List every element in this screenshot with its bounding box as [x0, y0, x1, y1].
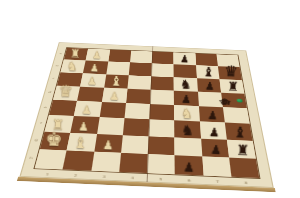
- square-b2: ♟: [83, 61, 108, 75]
- white-king: ♚: [45, 130, 63, 150]
- square-g8: ♜: [227, 139, 256, 158]
- square-e6: ♞: [174, 105, 199, 122]
- white-pawn: ♟: [102, 139, 114, 152]
- square-f8: ♝: [225, 123, 253, 141]
- black-queen: ♛: [224, 64, 238, 80]
- square-f4: [123, 118, 150, 136]
- square-d5: [150, 90, 174, 105]
- rank-label-3: 3: [90, 172, 119, 180]
- square-h8: [229, 157, 259, 178]
- white-pawn: ♟: [92, 50, 101, 60]
- square-h6: ♟: [175, 155, 203, 176]
- black-rook: ♜: [236, 142, 250, 157]
- square-c6: ♞: [174, 77, 198, 92]
- square-b6: [174, 64, 197, 78]
- square-g3: ♟: [94, 134, 123, 153]
- rank-label-8: 8: [231, 178, 260, 186]
- square-f5: [149, 119, 175, 137]
- square-c4: [127, 75, 151, 89]
- square-d8: ♚: [221, 93, 247, 109]
- square-a5: [152, 52, 174, 65]
- square-c8: ♜: [219, 79, 244, 94]
- square-f2: ♟: [71, 116, 100, 134]
- white-pawn: ♟: [109, 91, 119, 102]
- square-h1: [35, 149, 67, 169]
- square-c5: [151, 76, 174, 91]
- chessboard: ♜♟♟♞♟♝♛♟♝♞♟♜♛♟♟♚♟♞♟♜♟♞♟♝♚♝♟♟♜♟ abcdefgh …: [19, 42, 273, 188]
- square-d6: ♟: [174, 91, 198, 107]
- black-knight: ♞: [180, 78, 192, 91]
- square-g6: [175, 137, 202, 156]
- square-f6: ♞: [174, 121, 200, 139]
- square-g4: [121, 135, 149, 154]
- square-d4: [126, 89, 151, 104]
- white-bishop: ♝: [74, 134, 89, 150]
- black-knight: ♞: [181, 123, 194, 137]
- white-rook: ♜: [70, 48, 81, 60]
- square-b8: ♛: [218, 66, 242, 80]
- square-e8: [223, 107, 250, 124]
- square-b7: ♝: [196, 65, 220, 79]
- black-pawn: ♟: [210, 144, 222, 157]
- square-h2: [63, 150, 94, 170]
- rank-label-2: 2: [61, 171, 91, 179]
- square-b5: [151, 63, 174, 77]
- square-g1: ♚: [40, 131, 71, 150]
- square-f7: ♟: [199, 122, 226, 140]
- white-pawn: ♟: [90, 63, 100, 74]
- rank-label-5: 5: [147, 175, 176, 183]
- square-d3: ♟: [102, 88, 128, 103]
- green-felt-base: [236, 99, 242, 103]
- square-h4: [119, 153, 148, 173]
- white-bishop: ♝: [110, 74, 123, 88]
- white-knight: ♞: [181, 107, 194, 121]
- white-knight: ♞: [67, 60, 78, 73]
- black-pawn: ♟: [204, 81, 214, 92]
- black-pawn: ♟: [183, 161, 195, 174]
- black-pawn: ♟: [181, 94, 191, 105]
- square-h3: [91, 151, 121, 171]
- square-e3: [99, 102, 126, 118]
- white-pawn: ♟: [82, 104, 93, 116]
- black-pawn: ♟: [207, 110, 218, 122]
- square-f3: [97, 117, 125, 135]
- rank-label-7: 7: [203, 177, 232, 185]
- square-d1: ♛: [53, 85, 80, 100]
- square-g5: [148, 136, 175, 155]
- square-g7: ♟: [201, 138, 229, 157]
- board-grid: ♜♟♟♞♟♝♛♟♝♞♟♜♛♟♟♚♟♞♟♜♟♞♟♝♚♝♟♟♜♟: [35, 48, 259, 178]
- square-e5: [149, 104, 174, 121]
- white-pawn: ♟: [87, 76, 97, 87]
- rank-label-4: 4: [118, 174, 147, 182]
- square-g2: ♝: [67, 133, 97, 152]
- square-h5: [147, 154, 175, 174]
- photo-scene: ♜♟♟♞♟♝♛♟♝♞♟♜♛♟♟♚♟♞♟♜♟♞♟♝♚♝♟♟♜♟ abcdefgh …: [0, 0, 300, 198]
- black-bishop: ♝: [233, 124, 247, 140]
- square-e4: [124, 103, 150, 120]
- white-pawn: ♟: [78, 120, 89, 132]
- square-b4: [129, 62, 152, 76]
- square-a2: ♟: [86, 49, 110, 62]
- black-rook: ♜: [227, 80, 239, 93]
- white-queen: ♛: [58, 83, 73, 100]
- square-b1: ♞: [61, 60, 86, 74]
- square-a6: ♟: [174, 52, 196, 65]
- board-rotation-wrap: ♜♟♟♞♟♝♛♟♝♞♟♜♛♟♟♚♟♞♟♜♟♞♟♝♚♝♟♟♜♟ abcdefgh …: [37, 0, 262, 198]
- square-d2: [77, 87, 103, 102]
- black-pawn: ♟: [180, 54, 189, 64]
- rank-label-6: 6: [175, 176, 204, 184]
- square-c3: ♝: [104, 74, 129, 88]
- square-h7: [202, 156, 231, 177]
- square-e7: ♟: [198, 106, 224, 123]
- square-d7: [197, 92, 222, 108]
- square-c2: ♟: [80, 73, 106, 87]
- square-a3: [108, 50, 131, 63]
- board-frame: ♜♟♟♞♟♝♛♟♝♞♟♜♛♟♟♚♟♞♟♜♟♞♟♝♚♝♟♟♜♟ abcdefgh …: [19, 42, 273, 188]
- square-e2: ♟: [74, 101, 101, 117]
- square-e1: [49, 100, 77, 116]
- square-a4: [130, 51, 152, 64]
- black-bishop: ♝: [202, 65, 214, 79]
- rank-label-1: 1: [33, 170, 63, 178]
- square-c7: ♟: [197, 78, 221, 93]
- black-pawn: ♟: [208, 126, 219, 138]
